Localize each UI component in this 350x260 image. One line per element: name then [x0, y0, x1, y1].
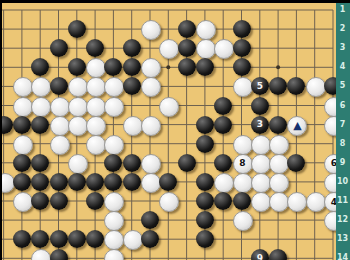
stone-white[interactable] — [50, 135, 70, 155]
stone-black[interactable] — [196, 135, 214, 153]
stone-white[interactable] — [141, 154, 161, 174]
stone-black[interactable] — [178, 39, 196, 57]
row-label-6: 6 — [336, 102, 349, 110]
stone-black[interactable] — [86, 192, 104, 210]
stone-black[interactable] — [178, 20, 196, 38]
stone-white[interactable] — [123, 116, 143, 136]
row-label-7: 7 — [336, 121, 349, 129]
hoshi-point — [276, 65, 280, 69]
stone-black[interactable] — [13, 154, 31, 172]
stone-black[interactable] — [214, 116, 232, 134]
stone-white[interactable] — [50, 116, 70, 136]
stone-black[interactable] — [196, 230, 214, 248]
stone-black[interactable] — [50, 230, 68, 248]
row-coordinate-strip: 1234567891011121314 — [336, 0, 350, 260]
stone-black[interactable] — [13, 173, 31, 191]
stone-white[interactable] — [233, 173, 253, 193]
stone-black[interactable] — [269, 116, 287, 134]
triangle-mark-icon: ▲ — [293, 120, 301, 131]
stone-black[interactable] — [86, 173, 104, 191]
stone-black[interactable] — [50, 173, 68, 191]
stone-black[interactable] — [123, 77, 141, 95]
stone-black[interactable] — [214, 97, 232, 115]
stone-white[interactable] — [13, 192, 33, 212]
stone-white[interactable] — [86, 116, 106, 136]
row-label-13: 13 — [336, 235, 349, 243]
hoshi-point — [166, 65, 170, 69]
stone-black[interactable] — [178, 58, 196, 76]
stone-black-move-9[interactable]: 9 — [251, 249, 269, 260]
stone-white[interactable] — [141, 20, 161, 40]
row-label-1: 1 — [336, 6, 349, 14]
stone-black[interactable] — [50, 249, 68, 260]
row-label-9: 9 — [336, 159, 349, 167]
stone-white[interactable] — [104, 135, 124, 155]
stone-black[interactable] — [50, 192, 68, 210]
stone-black[interactable] — [196, 173, 214, 191]
stone-white[interactable] — [196, 20, 216, 40]
stone-white[interactable] — [269, 154, 289, 174]
stone-black[interactable] — [233, 192, 251, 210]
stone-white[interactable] — [68, 97, 88, 117]
stone-black[interactable] — [68, 173, 86, 191]
stone-white[interactable] — [123, 230, 143, 250]
stone-black[interactable] — [196, 211, 214, 229]
stone-white[interactable] — [251, 173, 271, 193]
stone-white[interactable] — [31, 97, 51, 117]
row-label-5: 5 — [336, 82, 349, 90]
row-label-10: 10 — [336, 178, 349, 186]
stone-white[interactable] — [306, 77, 326, 97]
stone-black[interactable] — [196, 192, 214, 210]
stone-white[interactable] — [251, 154, 271, 174]
move-number-label: 5 — [257, 82, 263, 91]
stone-black[interactable] — [196, 116, 214, 134]
stone-white[interactable] — [269, 135, 289, 155]
row-label-14: 14 — [336, 254, 349, 260]
stone-black[interactable] — [68, 20, 86, 38]
stone-white[interactable] — [269, 192, 289, 212]
stone-white[interactable] — [233, 211, 253, 231]
stone-black[interactable] — [68, 230, 86, 248]
window-edge-left — [0, 0, 2, 260]
stone-black[interactable] — [31, 173, 49, 191]
move-number-label: 3 — [257, 120, 263, 129]
stone-white[interactable] — [141, 173, 161, 193]
stone-black[interactable] — [141, 211, 159, 229]
stone-white[interactable] — [13, 135, 33, 155]
stone-white[interactable] — [13, 97, 33, 117]
stone-white-marked[interactable]: ▲ — [287, 116, 307, 136]
stone-black[interactable] — [123, 39, 141, 57]
stone-white[interactable] — [104, 97, 124, 117]
stone-black[interactable] — [31, 154, 49, 172]
stone-white[interactable] — [233, 77, 253, 97]
row-label-2: 2 — [336, 25, 349, 33]
move-number-label: 9 — [257, 254, 263, 260]
stone-white[interactable] — [159, 97, 179, 117]
stone-white[interactable] — [214, 173, 234, 193]
go-app-window: 53▲8649 1234567891011121314 — [0, 0, 350, 260]
stone-black[interactable] — [68, 58, 86, 76]
row-label-12: 12 — [336, 216, 349, 224]
move-number-label: 8 — [239, 159, 245, 168]
stone-black[interactable] — [123, 58, 141, 76]
stone-white[interactable] — [251, 135, 271, 155]
window-edge-top — [0, 0, 350, 3]
stone-black[interactable] — [178, 154, 196, 172]
stone-white[interactable] — [50, 97, 70, 117]
stone-white[interactable] — [306, 192, 326, 212]
stone-black[interactable] — [233, 58, 251, 76]
stone-black[interactable] — [269, 249, 287, 260]
stone-white[interactable] — [86, 97, 106, 117]
row-label-11: 11 — [336, 197, 349, 205]
stone-black[interactable] — [31, 116, 49, 134]
stone-black[interactable] — [233, 20, 251, 38]
stone-white[interactable] — [68, 116, 88, 136]
stone-black[interactable] — [13, 116, 31, 134]
stone-white[interactable] — [233, 135, 253, 155]
stone-white[interactable] — [269, 173, 289, 193]
stone-white[interactable] — [141, 116, 161, 136]
stone-white[interactable] — [251, 192, 271, 212]
stone-black[interactable] — [123, 173, 141, 191]
stone-black[interactable] — [233, 39, 251, 57]
stone-black-move-3[interactable]: 3 — [251, 116, 269, 134]
stone-black[interactable] — [50, 77, 68, 95]
stone-black[interactable] — [50, 39, 68, 57]
row-label-8: 8 — [336, 140, 349, 148]
row-label-4: 4 — [336, 63, 349, 71]
stone-white[interactable] — [196, 39, 216, 59]
stone-white-move-8[interactable]: 8 — [233, 154, 253, 174]
stone-white[interactable] — [68, 154, 88, 174]
stone-white[interactable] — [86, 135, 106, 155]
stone-black[interactable] — [214, 154, 232, 172]
stone-black[interactable] — [13, 230, 31, 248]
row-label-3: 3 — [336, 44, 349, 52]
stone-black[interactable] — [123, 154, 141, 172]
go-board[interactable]: 53▲8649 — [0, 0, 336, 260]
stone-black[interactable] — [251, 97, 269, 115]
